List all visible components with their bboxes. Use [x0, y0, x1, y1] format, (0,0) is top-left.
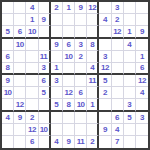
cell-r9c1[interactable]: [2, 99, 14, 111]
cell-r8c5[interactable]: [51, 87, 63, 99]
cell-r10c3[interactable]: 2: [26, 112, 38, 124]
cell-r11c5[interactable]: [51, 124, 63, 136]
cell-r12c7[interactable]: 11: [75, 136, 87, 148]
cell-r9c11[interactable]: 3: [124, 99, 136, 111]
cell-r5c5[interactable]: [51, 51, 63, 63]
cell-r10c8[interactable]: [87, 112, 99, 124]
cell-r8c1[interactable]: 10: [2, 87, 14, 99]
cell-r9c5[interactable]: 5: [51, 99, 63, 111]
cell-r11c12[interactable]: [136, 124, 148, 136]
cell-r9c4[interactable]: [39, 99, 51, 111]
cell-r5c1[interactable]: 6: [2, 51, 14, 63]
cell-r5c10[interactable]: [112, 51, 124, 63]
cell-r2c5[interactable]: [51, 14, 63, 26]
cell-r9c10[interactable]: [112, 99, 124, 111]
cell-r11c11[interactable]: [124, 124, 136, 136]
cell-r5c11[interactable]: [124, 51, 136, 63]
cell-r1c4[interactable]: [39, 2, 51, 14]
cell-r8c4[interactable]: 5: [39, 87, 51, 99]
cell-r12c4[interactable]: [39, 136, 51, 148]
cell-r7c12[interactable]: 12: [136, 75, 148, 87]
cell-r8c7[interactable]: 6: [75, 87, 87, 99]
cell-r11c2[interactable]: [14, 124, 26, 136]
cell-r4c11[interactable]: 4: [124, 39, 136, 51]
cell-r11c4[interactable]: 10: [39, 124, 51, 136]
cell-r9c8[interactable]: 1: [87, 99, 99, 111]
cell-r3c2[interactable]: 6: [14, 26, 26, 38]
cell-r10c6[interactable]: [63, 112, 75, 124]
cell-r6c3[interactable]: [26, 63, 38, 75]
cell-r3c3[interactable]: 10: [26, 26, 38, 38]
cell-r6c4[interactable]: 3: [39, 63, 51, 75]
cell-r12c12[interactable]: [136, 136, 148, 148]
cell-r8c3[interactable]: [26, 87, 38, 99]
cell-r10c2[interactable]: 9: [14, 112, 26, 124]
cell-r12c10[interactable]: 7: [112, 136, 124, 148]
cell-r1c8[interactable]: 12: [87, 2, 99, 14]
cell-r2c3[interactable]: 1: [26, 14, 38, 26]
cell-r12c6[interactable]: 9: [63, 136, 75, 148]
cell-r3c8[interactable]: [87, 26, 99, 38]
cell-r10c1[interactable]: 4: [2, 112, 14, 124]
cell-r8c11[interactable]: [124, 87, 136, 99]
cell-r7c3[interactable]: [26, 75, 38, 87]
cell-r3c4[interactable]: [39, 26, 51, 38]
cell-r11c8[interactable]: [87, 124, 99, 136]
cell-r10c11[interactable]: 5: [124, 112, 136, 124]
cell-r8c10[interactable]: [112, 87, 124, 99]
cell-r10c9[interactable]: [99, 112, 111, 124]
cell-r4c12[interactable]: [136, 39, 148, 51]
cell-r10c10[interactable]: 6: [112, 112, 124, 124]
cell-r4c8[interactable]: 8: [87, 39, 99, 51]
cell-r5c9[interactable]: 3: [99, 51, 111, 63]
cell-r2c9[interactable]: 4: [99, 14, 111, 26]
cell-r6c8[interactable]: 4: [87, 63, 99, 75]
cell-r1c3[interactable]: 4: [26, 2, 38, 14]
cell-r6c5[interactable]: 1: [51, 63, 63, 75]
cell-r9c9[interactable]: [99, 99, 111, 111]
cell-r9c2[interactable]: 12: [14, 99, 26, 111]
cell-r2c2[interactable]: [14, 14, 26, 26]
cell-r7c7[interactable]: [75, 75, 87, 87]
cell-r10c4[interactable]: [39, 112, 51, 124]
cell-r5c7[interactable]: 2: [75, 51, 87, 63]
cell-r4c7[interactable]: 3: [75, 39, 87, 51]
cell-r1c7[interactable]: 9: [75, 2, 87, 14]
cell-r7c4[interactable]: 6: [39, 75, 51, 87]
cell-r8c9[interactable]: 2: [99, 87, 111, 99]
cell-r3c9[interactable]: [99, 26, 111, 38]
cell-r8c12[interactable]: 4: [136, 87, 148, 99]
cell-r1c10[interactable]: 3: [112, 2, 124, 14]
cell-r2c8[interactable]: [87, 14, 99, 26]
cell-r8c8[interactable]: [87, 87, 99, 99]
cell-r9c7[interactable]: 10: [75, 99, 87, 111]
cell-r8c6[interactable]: 12: [63, 87, 75, 99]
cell-r6c11[interactable]: [124, 63, 136, 75]
cell-r6c7[interactable]: [75, 63, 87, 75]
cell-r12c8[interactable]: 2: [87, 136, 99, 148]
cell-r9c3[interactable]: [26, 99, 38, 111]
cell-r4c10[interactable]: [112, 39, 124, 51]
cell-r9c12[interactable]: [136, 99, 148, 111]
cell-r1c6[interactable]: 1: [63, 2, 75, 14]
cell-r6c1[interactable]: 8: [2, 63, 14, 75]
cell-r12c2[interactable]: [14, 136, 26, 148]
cell-r12c11[interactable]: [124, 136, 136, 148]
cell-r3c7[interactable]: [75, 26, 87, 38]
cell-r1c9[interactable]: [99, 2, 111, 14]
cell-r4c3[interactable]: [26, 39, 38, 51]
cell-r8c2[interactable]: [14, 87, 26, 99]
cell-r12c1[interactable]: [2, 136, 14, 148]
cell-r2c11[interactable]: [124, 14, 136, 26]
cell-r11c9[interactable]: 9: [99, 124, 111, 136]
cell-r7c10[interactable]: [112, 75, 124, 87]
cell-r3c6[interactable]: [63, 26, 75, 38]
cell-r12c3[interactable]: 6: [26, 136, 38, 148]
cell-r6c10[interactable]: [112, 63, 124, 75]
cell-r9c6[interactable]: 8: [63, 99, 75, 111]
cell-r1c2[interactable]: [14, 2, 26, 14]
cell-r7c9[interactable]: 5: [99, 75, 111, 87]
cell-r2c6[interactable]: [63, 14, 75, 26]
cell-r7c2[interactable]: [14, 75, 26, 87]
cell-r2c1[interactable]: [2, 14, 14, 26]
cell-r4c9[interactable]: [99, 39, 111, 51]
cell-r3c1[interactable]: 5: [2, 26, 14, 38]
cell-r1c1[interactable]: [2, 2, 14, 14]
cell-r4c5[interactable]: 9: [51, 39, 63, 51]
cell-r4c4[interactable]: [39, 39, 51, 51]
cell-r3c10[interactable]: 12: [112, 26, 124, 38]
cell-r4c2[interactable]: 10: [14, 39, 26, 51]
cell-r1c12[interactable]: [136, 2, 148, 14]
cell-r2c12[interactable]: [136, 14, 148, 26]
cell-r5c2[interactable]: [14, 51, 26, 63]
cell-r11c3[interactable]: 12: [26, 124, 38, 136]
cell-r6c9[interactable]: 12: [99, 63, 111, 75]
cell-r2c10[interactable]: 2: [112, 14, 124, 26]
cell-r10c12[interactable]: 3: [136, 112, 148, 124]
cell-r12c5[interactable]: 4: [51, 136, 63, 148]
cell-r5c12[interactable]: 1: [136, 51, 148, 63]
cell-r7c6[interactable]: [63, 75, 75, 87]
cell-r11c10[interactable]: 4: [112, 124, 124, 136]
sudoku-board: 4219123194256101219109638461110231831412…: [0, 0, 150, 150]
cell-r6c6[interactable]: [63, 63, 75, 75]
cell-r4c1[interactable]: [2, 39, 14, 51]
cell-r11c1[interactable]: [2, 124, 14, 136]
cell-r3c11[interactable]: 1: [124, 26, 136, 38]
cell-r10c7[interactable]: [75, 112, 87, 124]
cell-r6c12[interactable]: 6: [136, 63, 148, 75]
cell-r2c7[interactable]: [75, 14, 87, 26]
cell-r5c6[interactable]: 10: [63, 51, 75, 63]
cell-r2c4[interactable]: 9: [39, 14, 51, 26]
cell-r3c5[interactable]: [51, 26, 63, 38]
cell-r3c12[interactable]: 9: [136, 26, 148, 38]
cell-r7c11[interactable]: [124, 75, 136, 87]
cell-r10c5[interactable]: [51, 112, 63, 124]
cell-r1c5[interactable]: 2: [51, 2, 63, 14]
cell-r7c1[interactable]: 9: [2, 75, 14, 87]
cell-r7c8[interactable]: 11: [87, 75, 99, 87]
cell-r11c7[interactable]: [75, 124, 87, 136]
cell-r12c9[interactable]: [99, 136, 111, 148]
cell-r4c6[interactable]: 6: [63, 39, 75, 51]
cell-r7c5[interactable]: 3: [51, 75, 63, 87]
cell-r11c6[interactable]: [63, 124, 75, 136]
cell-r5c8[interactable]: [87, 51, 99, 63]
cell-r6c2[interactable]: [14, 63, 26, 75]
cell-r5c4[interactable]: 11: [39, 51, 51, 63]
cell-r1c11[interactable]: [124, 2, 136, 14]
cell-r5c3[interactable]: [26, 51, 38, 63]
